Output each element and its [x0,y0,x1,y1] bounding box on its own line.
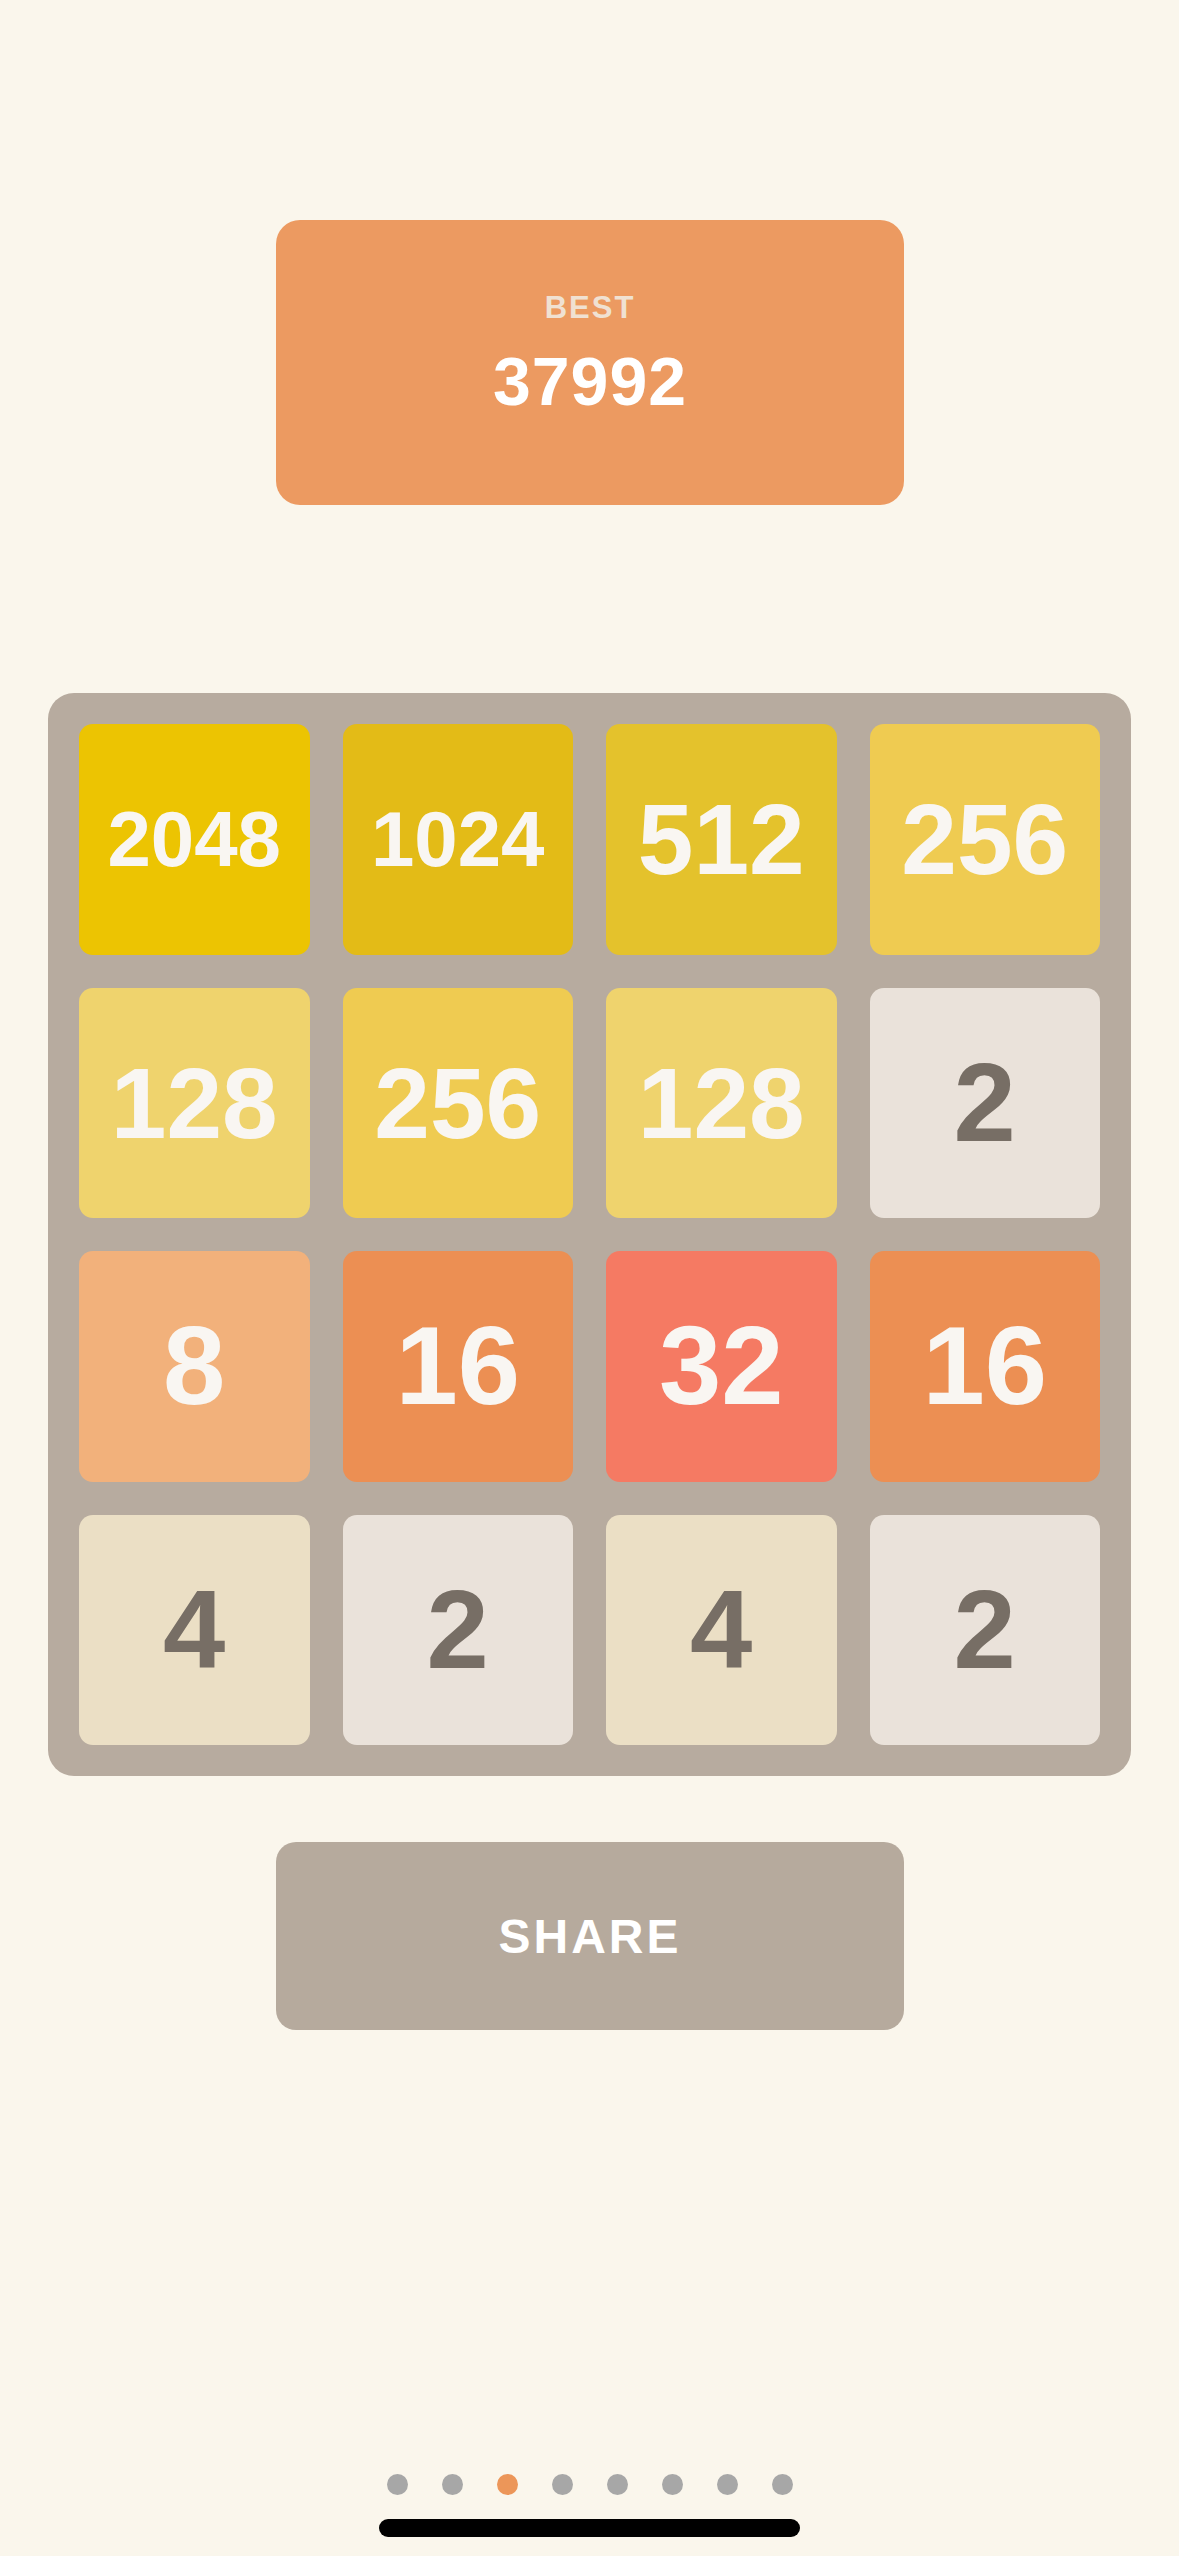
tile-2: 2 [343,1515,574,1746]
best-score-card: BEST 37992 [276,220,904,505]
tile-512: 512 [606,724,837,955]
home-indicator[interactable] [379,2519,800,2537]
tile-8: 8 [79,1251,310,1482]
tile-4: 4 [79,1515,310,1746]
page-dot[interactable] [607,2474,628,2495]
board[interactable]: 20481024512256128256128281632164242 [48,693,1131,1776]
tile-128: 128 [606,988,837,1219]
tile-128: 128 [79,988,310,1219]
tile-1024: 1024 [343,724,574,955]
page-dot[interactable] [717,2474,738,2495]
tile-2: 2 [870,988,1101,1219]
page-dot[interactable] [552,2474,573,2495]
tile-256: 256 [343,988,574,1219]
page-dot[interactable] [662,2474,683,2495]
tile-32: 32 [606,1251,837,1482]
page-dots[interactable] [0,2474,1179,2495]
tile-16: 16 [343,1251,574,1482]
best-score-value: 37992 [493,342,687,420]
tile-2048: 2048 [79,724,310,955]
tile-4: 4 [606,1515,837,1746]
screen: { "game": "2048", "position": { "rows": … [0,0,1179,2556]
page-dot[interactable] [772,2474,793,2495]
page-dot-active[interactable] [497,2474,518,2495]
share-button-label: SHARE [498,1909,681,1964]
best-score-label: BEST [545,290,636,326]
tile-16: 16 [870,1251,1101,1482]
page-dot[interactable] [442,2474,463,2495]
tile-256: 256 [870,724,1101,955]
share-button[interactable]: SHARE [276,1842,904,2030]
page-dot[interactable] [387,2474,408,2495]
tile-2: 2 [870,1515,1101,1746]
